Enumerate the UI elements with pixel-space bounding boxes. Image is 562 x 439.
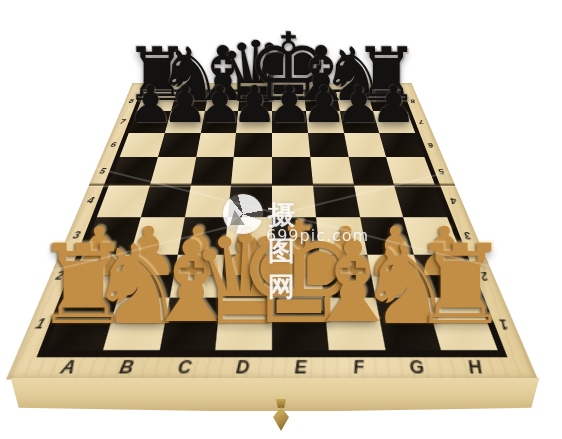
clasp-pendant (273, 407, 289, 431)
square-b5 (150, 157, 196, 185)
square-e8 (272, 92, 306, 111)
square-b8 (171, 92, 208, 111)
rank-label-right-8: 8 (407, 99, 419, 104)
rank-label-right-7: 7 (415, 119, 428, 125)
chess-board (37, 89, 508, 357)
square-f7 (306, 111, 344, 133)
square-f8 (304, 92, 340, 111)
rank-label-right-5: 5 (434, 167, 449, 175)
square-e2 (272, 254, 323, 298)
square-c4 (184, 185, 231, 217)
square-c5 (191, 157, 234, 185)
square-c1 (159, 298, 220, 350)
square-f3 (316, 217, 367, 254)
clasp-plate (276, 399, 286, 408)
file-label-d: D (235, 355, 250, 377)
square-d6 (234, 133, 272, 157)
square-f6 (308, 133, 348, 157)
square-f2 (319, 254, 375, 298)
square-d5 (231, 157, 272, 185)
square-d3 (225, 217, 272, 254)
chess-photo: 87654321 87654321 ABCDEFGH ♜♞♝♛♚♝♞♜♟♟♟♟♟… (0, 0, 562, 439)
board-wood-border: 87654321 87654321 ABCDEFGH (6, 83, 538, 380)
square-c2 (169, 254, 225, 298)
square-d7 (236, 111, 272, 133)
rank-label-right-3: 3 (459, 230, 476, 240)
square-c6 (196, 133, 236, 157)
square-b7 (165, 111, 205, 133)
square-c7 (200, 111, 238, 133)
square-e1 (272, 298, 328, 350)
square-c3 (177, 217, 228, 254)
file-label-b: B (117, 355, 136, 377)
square-b4 (141, 185, 191, 217)
rank-label-right-4: 4 (445, 196, 461, 205)
square-h8 (368, 92, 407, 111)
folding-chess-board: 87654321 87654321 ABCDEFGH (6, 83, 538, 380)
square-b3 (130, 217, 184, 254)
square-h7 (373, 111, 415, 133)
square-f5 (310, 157, 353, 185)
square-d8 (238, 92, 272, 111)
square-h3 (403, 217, 461, 254)
file-label-c: C (176, 355, 193, 377)
square-e3 (272, 217, 319, 254)
brass-clasp (272, 399, 290, 435)
square-h4 (394, 185, 447, 217)
file-label-f: F (351, 355, 366, 377)
file-label-g: G (407, 355, 427, 377)
square-d4 (228, 185, 272, 217)
square-f4 (313, 185, 360, 217)
square-e6 (272, 133, 310, 157)
square-b6 (158, 133, 201, 157)
board-hinge-seam (89, 184, 456, 186)
square-e5 (272, 157, 313, 185)
square-h6 (379, 133, 424, 157)
file-label-a: A (58, 355, 79, 377)
rank-label-right-6: 6 (424, 141, 438, 148)
square-d1 (216, 298, 272, 350)
file-label-e: E (294, 355, 308, 377)
square-c8 (205, 92, 241, 111)
square-e7 (272, 111, 308, 133)
square-e4 (272, 185, 316, 217)
rank-label-left-8: 8 (125, 99, 137, 104)
square-h5 (386, 157, 435, 185)
file-label-h: H (464, 355, 485, 377)
square-d2 (221, 254, 272, 298)
